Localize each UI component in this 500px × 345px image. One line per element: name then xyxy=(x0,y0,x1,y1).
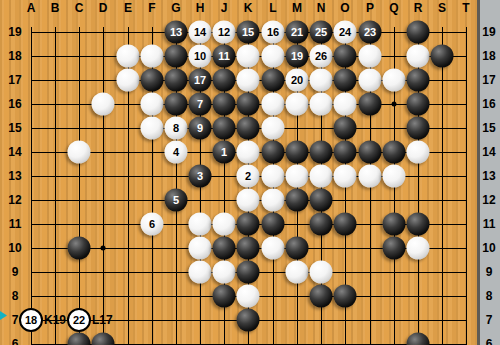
stone-black[interactable] xyxy=(383,237,406,260)
row-label-left: 15 xyxy=(3,121,27,135)
stone-white[interactable] xyxy=(310,69,333,92)
stone-white[interactable] xyxy=(189,213,212,236)
stone-white[interactable] xyxy=(262,93,285,116)
stone-white[interactable] xyxy=(262,165,285,188)
stone-white[interactable] xyxy=(92,93,115,116)
stone-black[interactable]: 9 xyxy=(189,117,212,140)
stone-black[interactable] xyxy=(334,69,357,92)
stone-black[interactable] xyxy=(407,93,430,116)
stone-black[interactable]: 21 xyxy=(286,21,309,44)
stone-white[interactable]: 26 xyxy=(310,45,333,68)
stone-white[interactable]: 2 xyxy=(237,165,260,188)
stone-black[interactable] xyxy=(237,309,260,332)
stone-black[interactable] xyxy=(359,93,382,116)
stone-white[interactable] xyxy=(237,69,260,92)
column-label: L xyxy=(269,1,276,15)
row-label-right: 14 xyxy=(478,145,500,159)
stone-black[interactable]: 3 xyxy=(189,165,212,188)
stone-black[interactable] xyxy=(334,213,357,236)
stone-black[interactable] xyxy=(334,285,357,308)
row-label-left: 19 xyxy=(3,25,27,39)
row-label-right: 13 xyxy=(478,169,500,183)
row-label-left: 18 xyxy=(3,49,27,63)
stone-black[interactable] xyxy=(262,213,285,236)
stone-black[interactable] xyxy=(310,189,333,212)
column-label: N xyxy=(317,1,326,15)
stone-white[interactable] xyxy=(359,45,382,68)
column-label: R xyxy=(414,1,423,15)
stone-white[interactable] xyxy=(262,189,285,212)
caption-text-18-point: K19 xyxy=(44,313,66,327)
go-board-window: 18 K19 22 L17 ABCDEFGHJKLMNOPQRST1919181… xyxy=(0,0,500,345)
stone-black[interactable] xyxy=(334,45,357,68)
stone-black[interactable]: 15 xyxy=(237,21,260,44)
caption-text-22-point: L17 xyxy=(92,313,113,327)
stone-black[interactable] xyxy=(141,69,164,92)
stone-white[interactable] xyxy=(189,237,212,260)
row-label-left: 16 xyxy=(3,97,27,111)
column-label: O xyxy=(340,1,349,15)
stone-white[interactable] xyxy=(407,237,430,260)
stone-black[interactable] xyxy=(237,93,260,116)
stone-black[interactable]: 7 xyxy=(189,93,212,116)
column-label: E xyxy=(124,1,132,15)
stone-black[interactable] xyxy=(310,285,333,308)
stone-black[interactable] xyxy=(237,261,260,284)
stone-white[interactable]: 6 xyxy=(141,213,164,236)
stone-black[interactable] xyxy=(286,237,309,260)
column-label: B xyxy=(51,1,60,15)
stone-black[interactable] xyxy=(237,237,260,260)
stone-black[interactable]: 19 xyxy=(286,45,309,68)
row-label-right: 11 xyxy=(478,217,500,231)
stone-white[interactable] xyxy=(359,69,382,92)
stone-black[interactable] xyxy=(213,237,236,260)
stone-white[interactable] xyxy=(262,237,285,260)
row-label-right: 15 xyxy=(478,121,500,135)
stone-white[interactable] xyxy=(237,189,260,212)
stone-white[interactable] xyxy=(334,93,357,116)
grid-line-vertical xyxy=(55,27,56,345)
stone-white[interactable]: 14 xyxy=(189,21,212,44)
column-label: Q xyxy=(389,1,398,15)
row-label-left: 14 xyxy=(3,145,27,159)
stone-white[interactable] xyxy=(237,45,260,68)
row-label-right: 17 xyxy=(478,73,500,87)
stone-black[interactable] xyxy=(237,117,260,140)
row-label-right: 16 xyxy=(478,97,500,111)
grid-line-vertical xyxy=(466,27,467,345)
column-label: K xyxy=(244,1,253,15)
stone-white[interactable] xyxy=(286,93,309,116)
stone-white[interactable] xyxy=(189,261,212,284)
stone-white[interactable]: 10 xyxy=(189,45,212,68)
stone-black[interactable] xyxy=(262,69,285,92)
stone-white[interactable]: 20 xyxy=(286,69,309,92)
row-label-right: 9 xyxy=(478,265,500,279)
column-label: H xyxy=(196,1,205,15)
stone-white[interactable] xyxy=(359,165,382,188)
column-label: F xyxy=(148,1,155,15)
stone-black[interactable] xyxy=(213,117,236,140)
stone-black[interactable] xyxy=(383,213,406,236)
star-point xyxy=(101,246,106,251)
row-label-right: 7 xyxy=(478,313,500,327)
column-label: D xyxy=(99,1,108,15)
stone-white[interactable]: 12 xyxy=(213,21,236,44)
stone-black[interactable] xyxy=(431,45,454,68)
stone-black[interactable] xyxy=(407,213,430,236)
stone-black[interactable]: 13 xyxy=(165,21,188,44)
grid-line-vertical xyxy=(103,27,104,345)
stone-black[interactable] xyxy=(213,285,236,308)
stone-white[interactable] xyxy=(262,117,285,140)
stone-black[interactable] xyxy=(262,141,285,164)
stone-black[interactable]: 23 xyxy=(359,21,382,44)
stone-black[interactable] xyxy=(68,237,91,260)
stone-black[interactable] xyxy=(213,69,236,92)
stone-black[interactable]: 25 xyxy=(310,21,333,44)
stone-white[interactable]: 8 xyxy=(165,117,188,140)
stone-white[interactable] xyxy=(286,261,309,284)
stone-black[interactable]: 1 xyxy=(213,141,236,164)
stone-white[interactable] xyxy=(310,93,333,116)
stone-black[interactable] xyxy=(407,69,430,92)
stone-white[interactable] xyxy=(262,45,285,68)
column-label: A xyxy=(27,1,36,15)
stone-white[interactable] xyxy=(213,213,236,236)
column-label: C xyxy=(75,1,84,15)
stone-black[interactable] xyxy=(407,21,430,44)
column-label: T xyxy=(462,1,469,15)
stone-white[interactable] xyxy=(310,165,333,188)
row-label-left: 10 xyxy=(3,241,27,255)
stone-white[interactable] xyxy=(213,261,236,284)
stone-black[interactable]: 5 xyxy=(165,189,188,212)
stone-white[interactable]: 4 xyxy=(165,141,188,164)
stone-white[interactable] xyxy=(383,165,406,188)
row-label-right: 6 xyxy=(478,337,500,345)
row-label-left: 7 xyxy=(3,313,27,327)
stone-black[interactable] xyxy=(310,141,333,164)
stone-white[interactable]: 16 xyxy=(262,21,285,44)
stone-white[interactable] xyxy=(117,69,140,92)
row-label-right: 18 xyxy=(478,49,500,63)
stone-white[interactable] xyxy=(383,69,406,92)
stone-black[interactable]: 11 xyxy=(213,45,236,68)
stone-black[interactable]: 17 xyxy=(189,69,212,92)
column-label: P xyxy=(366,1,374,15)
row-label-left: 9 xyxy=(3,265,27,279)
row-label-left: 6 xyxy=(3,337,27,345)
stone-black[interactable] xyxy=(359,141,382,164)
column-label: S xyxy=(438,1,446,15)
stone-black[interactable] xyxy=(310,213,333,236)
row-label-left: 8 xyxy=(3,289,27,303)
row-label-right: 8 xyxy=(478,289,500,303)
stone-white[interactable] xyxy=(141,45,164,68)
stone-white[interactable] xyxy=(286,165,309,188)
stone-black[interactable] xyxy=(286,141,309,164)
row-label-right: 19 xyxy=(478,25,500,39)
stone-white[interactable] xyxy=(407,45,430,68)
stone-white[interactable] xyxy=(310,261,333,284)
row-label-left: 11 xyxy=(3,217,27,231)
stone-black[interactable] xyxy=(334,117,357,140)
stone-black[interactable] xyxy=(213,93,236,116)
stone-white[interactable] xyxy=(237,141,260,164)
column-label: M xyxy=(292,1,302,15)
grid-line-vertical xyxy=(79,27,80,345)
stone-black[interactable] xyxy=(165,93,188,116)
stone-white[interactable] xyxy=(141,93,164,116)
stone-black[interactable] xyxy=(237,213,260,236)
stone-white[interactable] xyxy=(407,141,430,164)
stone-white[interactable] xyxy=(237,285,260,308)
stone-black[interactable] xyxy=(165,69,188,92)
row-label-right: 12 xyxy=(478,193,500,207)
stone-black[interactable] xyxy=(407,117,430,140)
stone-white[interactable] xyxy=(117,45,140,68)
stone-black[interactable] xyxy=(334,141,357,164)
column-label: G xyxy=(171,1,180,15)
stone-white[interactable]: 24 xyxy=(334,21,357,44)
row-label-left: 13 xyxy=(3,169,27,183)
grid-line-vertical xyxy=(31,27,32,345)
caption-stone-22[interactable]: 22 xyxy=(67,308,91,332)
stone-black[interactable] xyxy=(286,189,309,212)
stone-white[interactable] xyxy=(141,117,164,140)
stone-white[interactable] xyxy=(334,165,357,188)
star-point xyxy=(392,102,397,107)
stone-black[interactable] xyxy=(383,141,406,164)
stone-white[interactable] xyxy=(68,141,91,164)
column-label: J xyxy=(221,1,228,15)
row-label-left: 17 xyxy=(3,73,27,87)
grid-line-vertical xyxy=(442,27,443,345)
row-label-left: 12 xyxy=(3,193,27,207)
row-label-right: 10 xyxy=(478,241,500,255)
stone-black[interactable] xyxy=(165,45,188,68)
